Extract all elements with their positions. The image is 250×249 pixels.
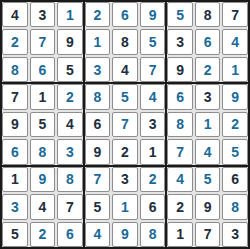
cell-r7c1[interactable]: 1 <box>2 167 28 192</box>
cell-r8c2[interactable]: 4 <box>30 194 56 219</box>
cell-r5c7[interactable]: 8 <box>167 112 193 137</box>
cell-r4c4[interactable]: 8 <box>85 84 111 109</box>
cell-r9c9[interactable]: 3 <box>222 222 248 247</box>
cell-r5c5[interactable]: 7 <box>112 112 138 137</box>
box-3: 587364921 <box>167 2 248 82</box>
cell-r8c7[interactable]: 2 <box>167 194 193 219</box>
cell-r8c6[interactable]: 6 <box>140 194 166 219</box>
cell-r7c7[interactable]: 4 <box>167 167 193 192</box>
cell-r8c1[interactable]: 3 <box>2 194 28 219</box>
cell-r6c8[interactable]: 4 <box>195 139 221 164</box>
cell-r8c4[interactable]: 5 <box>85 194 111 219</box>
cell-r6c9[interactable]: 5 <box>222 139 248 164</box>
cell-r3c8[interactable]: 2 <box>195 57 221 82</box>
cell-r7c8[interactable]: 5 <box>195 167 221 192</box>
cell-r9c8[interactable]: 7 <box>195 222 221 247</box>
cell-r7c2[interactable]: 9 <box>30 167 56 192</box>
cell-r6c7[interactable]: 7 <box>167 139 193 164</box>
cell-r5c1[interactable]: 9 <box>2 112 28 137</box>
cell-r3c6[interactable]: 7 <box>140 57 166 82</box>
cell-r4c3[interactable]: 2 <box>57 84 83 109</box>
cell-r4c1[interactable]: 7 <box>2 84 28 109</box>
cell-r3c5[interactable]: 4 <box>112 57 138 82</box>
cell-r2c6[interactable]: 5 <box>140 29 166 54</box>
cell-r5c6[interactable]: 3 <box>140 112 166 137</box>
cell-r5c8[interactable]: 1 <box>195 112 221 137</box>
sudoku-board: 431279865 269185347 587364921 712954683 … <box>0 0 250 249</box>
cell-r4c6[interactable]: 4 <box>140 84 166 109</box>
cell-r3c1[interactable]: 8 <box>2 57 28 82</box>
cell-r3c2[interactable]: 6 <box>30 57 56 82</box>
cell-r4c2[interactable]: 1 <box>30 84 56 109</box>
cell-r7c3[interactable]: 8 <box>57 167 83 192</box>
cell-r6c4[interactable]: 9 <box>85 139 111 164</box>
cell-r6c2[interactable]: 8 <box>30 139 56 164</box>
cell-r3c3[interactable]: 5 <box>57 57 83 82</box>
cell-r9c7[interactable]: 1 <box>167 222 193 247</box>
cell-r2c1[interactable]: 2 <box>2 29 28 54</box>
cell-r4c9[interactable]: 9 <box>222 84 248 109</box>
box-4: 712954683 <box>2 84 83 164</box>
cell-r7c9[interactable]: 6 <box>222 167 248 192</box>
cell-r2c9[interactable]: 4 <box>222 29 248 54</box>
cell-r3c7[interactable]: 9 <box>167 57 193 82</box>
cell-r1c8[interactable]: 8 <box>195 2 221 27</box>
cell-r3c9[interactable]: 1 <box>222 57 248 82</box>
cell-r7c4[interactable]: 7 <box>85 167 111 192</box>
box-6: 639812745 <box>167 84 248 164</box>
cell-r1c9[interactable]: 7 <box>222 2 248 27</box>
cell-r1c4[interactable]: 2 <box>85 2 111 27</box>
cell-r2c2[interactable]: 7 <box>30 29 56 54</box>
cell-r2c5[interactable]: 8 <box>112 29 138 54</box>
cell-r6c3[interactable]: 3 <box>57 139 83 164</box>
box-7: 198347526 <box>2 167 83 247</box>
cell-r8c9[interactable]: 8 <box>222 194 248 219</box>
cell-r5c9[interactable]: 2 <box>222 112 248 137</box>
cell-r9c2[interactable]: 2 <box>30 222 56 247</box>
box-2: 269185347 <box>85 2 166 82</box>
cell-r1c1[interactable]: 4 <box>2 2 28 27</box>
cell-r8c3[interactable]: 7 <box>57 194 83 219</box>
cell-r2c8[interactable]: 6 <box>195 29 221 54</box>
cell-r5c4[interactable]: 6 <box>85 112 111 137</box>
cell-r7c5[interactable]: 3 <box>112 167 138 192</box>
box-5: 854673921 <box>85 84 166 164</box>
cell-r2c7[interactable]: 3 <box>167 29 193 54</box>
cell-r1c6[interactable]: 9 <box>140 2 166 27</box>
cell-r1c7[interactable]: 5 <box>167 2 193 27</box>
cell-r8c5[interactable]: 1 <box>112 194 138 219</box>
box-9: 456298173 <box>167 167 248 247</box>
cell-r2c4[interactable]: 1 <box>85 29 111 54</box>
cell-r8c8[interactable]: 9 <box>195 194 221 219</box>
box-8: 732516498 <box>85 167 166 247</box>
cell-r9c1[interactable]: 5 <box>2 222 28 247</box>
cell-r6c6[interactable]: 1 <box>140 139 166 164</box>
cell-r7c6[interactable]: 2 <box>140 167 166 192</box>
cell-r1c3[interactable]: 1 <box>57 2 83 27</box>
cell-r9c4[interactable]: 4 <box>85 222 111 247</box>
cell-r5c2[interactable]: 5 <box>30 112 56 137</box>
cell-r3c4[interactable]: 3 <box>85 57 111 82</box>
box-1: 431279865 <box>2 2 83 82</box>
cell-r1c5[interactable]: 6 <box>112 2 138 27</box>
cell-r6c5[interactable]: 2 <box>112 139 138 164</box>
cell-r9c3[interactable]: 6 <box>57 222 83 247</box>
cell-r6c1[interactable]: 6 <box>2 139 28 164</box>
cell-r4c8[interactable]: 3 <box>195 84 221 109</box>
cell-r5c3[interactable]: 4 <box>57 112 83 137</box>
cell-r4c5[interactable]: 5 <box>112 84 138 109</box>
cell-r4c7[interactable]: 6 <box>167 84 193 109</box>
cell-r2c3[interactable]: 9 <box>57 29 83 54</box>
cell-r1c2[interactable]: 3 <box>30 2 56 27</box>
cell-r9c5[interactable]: 9 <box>112 222 138 247</box>
cell-r9c6[interactable]: 8 <box>140 222 166 247</box>
